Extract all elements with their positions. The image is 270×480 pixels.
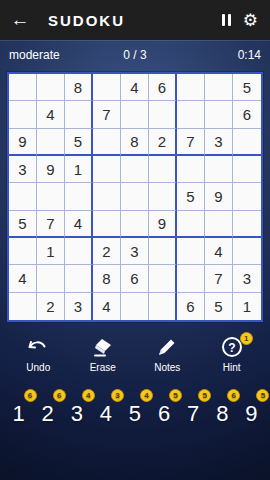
hint-count-badge: 1 [240,332,253,345]
numkey-7[interactable]: 75 [181,395,205,425]
cell-r5c1[interactable] [9,183,37,210]
cell-r1c3[interactable]: 8 [65,74,93,101]
cell-r9c9[interactable]: 1 [233,293,261,320]
cell-r1c8[interactable] [205,74,233,101]
cell-r7c5[interactable]: 3 [121,238,149,265]
cell-r1c4[interactable] [93,74,121,101]
cell-r6c9[interactable] [233,211,261,238]
numkey-1[interactable]: 16 [7,395,31,425]
cell-r2c3[interactable] [65,101,93,128]
cell-r9c3[interactable]: 3 [65,293,93,320]
cell-r3c9[interactable] [233,129,261,156]
cell-r5c3[interactable] [65,183,93,210]
cell-r1c2[interactable] [37,74,65,101]
app-title: SUDOKU [48,12,220,29]
hint-button[interactable]: ? Hint 1 [209,336,255,373]
top-bar: ← SUDOKU ⚙ [0,0,270,40]
cell-r3c7[interactable]: 7 [177,129,205,156]
cell-r6c2[interactable]: 7 [37,211,65,238]
numkey-5[interactable]: 54 [123,395,147,425]
cell-r9c6[interactable] [149,293,177,320]
pencil-icon [157,336,177,358]
cell-r3c5[interactable]: 8 [121,129,149,156]
cell-r9c4[interactable]: 4 [93,293,121,320]
cell-r8c9[interactable]: 3 [233,265,261,292]
cell-r8c2[interactable] [37,265,65,292]
numkey-remaining-badge: 4 [140,389,153,402]
numkey-digit: 1 [12,403,24,425]
cell-r1c9[interactable]: 5 [233,74,261,101]
numkey-digit: 2 [42,403,54,425]
cell-r2c8[interactable] [205,101,233,128]
numkey-3[interactable]: 34 [65,395,89,425]
numkey-digit: 9 [245,403,257,425]
cell-r5c7[interactable]: 5 [177,183,205,210]
cell-r8c8[interactable]: 7 [205,265,233,292]
cell-r5c8[interactable]: 9 [205,183,233,210]
cell-r4c7[interactable] [177,156,205,183]
cell-r8c6[interactable] [149,265,177,292]
numkey-digit: 4 [100,403,112,425]
cell-r8c5[interactable]: 6 [121,265,149,292]
cell-r2c5[interactable] [121,101,149,128]
eraser-icon [92,336,114,358]
cell-r4c1[interactable]: 3 [9,156,37,183]
cell-r9c5[interactable] [121,293,149,320]
cell-r3c6[interactable]: 2 [149,129,177,156]
cell-r1c6[interactable]: 6 [149,74,177,101]
cell-r3c8[interactable]: 3 [205,129,233,156]
svg-text:?: ? [228,341,235,355]
numkey-remaining-badge: 5 [256,389,269,402]
cell-r7c2[interactable]: 1 [37,238,65,265]
numkey-2[interactable]: 26 [36,395,60,425]
cell-r5c9[interactable] [233,183,261,210]
cell-r6c4[interactable] [93,211,121,238]
cell-r7c3[interactable] [65,238,93,265]
settings-gear-icon[interactable]: ⚙ [243,12,258,29]
cell-r9c2[interactable]: 2 [37,293,65,320]
numkey-remaining-badge: 4 [82,389,95,402]
numkey-remaining-badge: 3 [111,389,124,402]
mistakes-counter: 0 / 3 [93,48,177,62]
cell-r2c6[interactable] [149,101,177,128]
notes-label: Notes [154,362,180,373]
difficulty-label: moderate [9,48,93,62]
numkey-remaining-badge: 6 [53,389,66,402]
numkey-digit: 3 [71,403,83,425]
cell-r1c1[interactable] [9,74,37,101]
numkey-9[interactable]: 95 [239,395,263,425]
sudoku-app: ← SUDOKU ⚙ moderate 0 / 3 0:14 846547695… [0,0,270,480]
back-icon[interactable]: ← [0,9,40,31]
undo-label: Undo [26,362,50,373]
cell-r6c1[interactable]: 5 [9,211,37,238]
cell-r8c3[interactable] [65,265,93,292]
numkey-digit: 7 [187,403,199,425]
cell-r9c7[interactable]: 6 [177,293,205,320]
cell-r5c2[interactable] [37,183,65,210]
status-bar: moderate 0 / 3 0:14 [0,40,270,69]
numkey-remaining-badge: 6 [227,389,240,402]
numkey-4[interactable]: 43 [94,395,118,425]
cell-r7c8[interactable]: 4 [205,238,233,265]
cell-r7c7[interactable] [177,238,205,265]
cell-r3c4[interactable] [93,129,121,156]
hint-label: Hint [223,362,241,373]
number-pad: 162634435465758695 [0,395,270,425]
numkey-digit: 8 [216,403,228,425]
notes-button[interactable]: Notes [144,336,190,373]
cell-r4c8[interactable] [205,156,233,183]
erase-label: Erase [90,362,116,373]
cell-r6c5[interactable] [121,211,149,238]
cell-r6c8[interactable] [205,211,233,238]
cell-r6c7[interactable] [177,211,205,238]
cell-r1c5[interactable]: 4 [121,74,149,101]
numkey-remaining-badge: 6 [24,389,37,402]
cell-r6c3[interactable]: 4 [65,211,93,238]
numkey-digit: 5 [129,403,141,425]
cell-r8c7[interactable] [177,265,205,292]
undo-button[interactable]: Undo [15,336,61,373]
sudoku-board: 8465476958273391595749123448673234651 [7,72,263,322]
cell-r8c4[interactable]: 8 [93,265,121,292]
cell-r1c7[interactable] [177,74,205,101]
cell-r8c1[interactable]: 4 [9,265,37,292]
timer: 0:14 [177,48,261,62]
numkey-remaining-badge: 5 [198,389,211,402]
cell-r4c6[interactable] [149,156,177,183]
cell-r2c9[interactable]: 6 [233,101,261,128]
undo-icon [27,336,49,358]
pause-icon[interactable] [220,12,233,28]
numkey-digit: 6 [158,403,170,425]
cell-r6c6[interactable]: 9 [149,211,177,238]
cell-r4c5[interactable] [121,156,149,183]
numkey-6[interactable]: 65 [152,395,176,425]
erase-button[interactable]: Erase [80,336,126,373]
cell-r4c9[interactable] [233,156,261,183]
toolbar: Undo Erase Notes [0,336,270,373]
cell-r9c8[interactable]: 5 [205,293,233,320]
cell-r3c2[interactable] [37,129,65,156]
numkey-8[interactable]: 86 [210,395,234,425]
cell-r2c1[interactable] [9,101,37,128]
cell-r9c1[interactable] [9,293,37,320]
cell-r4c4[interactable] [93,156,121,183]
cell-r3c3[interactable]: 5 [65,129,93,156]
cell-r5c6[interactable] [149,183,177,210]
cell-r4c3[interactable]: 1 [65,156,93,183]
cell-r7c1[interactable] [9,238,37,265]
numkey-remaining-badge: 5 [169,389,182,402]
cell-r3c1[interactable]: 9 [9,129,37,156]
cell-r7c9[interactable] [233,238,261,265]
cell-r5c5[interactable] [121,183,149,210]
cell-r2c4[interactable]: 7 [93,101,121,128]
cell-r2c2[interactable]: 4 [37,101,65,128]
cell-r4c2[interactable]: 9 [37,156,65,183]
cell-r2c7[interactable] [177,101,205,128]
cell-r5c4[interactable] [93,183,121,210]
cell-r7c4[interactable]: 2 [93,238,121,265]
cell-r7c6[interactable] [149,238,177,265]
